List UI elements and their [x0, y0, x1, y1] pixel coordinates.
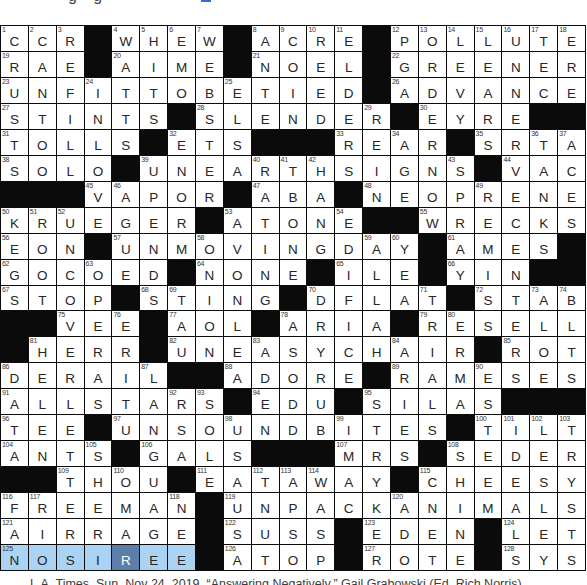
grid-cell[interactable]: I	[335, 311, 362, 336]
grid-cell[interactable]: 31T	[1, 130, 28, 155]
grid-cell[interactable]: 71T	[419, 286, 446, 311]
grid-cell[interactable]: 127R	[363, 545, 390, 570]
grid-cell[interactable]: 30E	[419, 104, 446, 129]
grid-cell[interactable]: 25E	[224, 78, 251, 103]
grid-cell[interactable]: 4W	[112, 26, 139, 51]
grid-cell[interactable]: 37A	[558, 130, 585, 155]
grid-cell[interactable]: 102L	[530, 415, 557, 440]
grid-cell[interactable]: E	[29, 363, 56, 388]
grid-cell[interactable]: 40R	[252, 156, 279, 181]
grid-cell[interactable]: 122S	[224, 519, 251, 544]
grid-cell[interactable]: A	[224, 467, 251, 492]
grid-cell[interactable]: 117R	[29, 493, 56, 518]
grid-cell[interactable]: R	[112, 545, 139, 570]
grid-cell[interactable]: G	[112, 208, 139, 233]
grid-cell[interactable]: N	[168, 156, 195, 181]
grid-cell[interactable]: S	[140, 104, 167, 129]
grid-cell[interactable]: L	[57, 130, 84, 155]
grid-cell[interactable]: E	[85, 311, 112, 336]
grid-cell[interactable]: R	[502, 130, 529, 155]
grid-cell[interactable]: N	[252, 493, 279, 518]
grid-cell[interactable]: 46A	[112, 182, 139, 207]
grid-cell[interactable]: O	[168, 182, 195, 207]
grid-cell[interactable]: E	[391, 415, 418, 440]
grid-cell[interactable]: 44V	[502, 156, 529, 181]
grid-cell[interactable]: P	[447, 182, 474, 207]
grid-cell[interactable]: 109T	[57, 467, 84, 492]
grid-cell[interactable]: L	[530, 493, 557, 518]
grid-cell[interactable]: 66Y	[447, 260, 474, 285]
grid-cell[interactable]: T	[363, 415, 390, 440]
grid-cell[interactable]: 8A	[252, 26, 279, 51]
grid-cell[interactable]: M	[168, 234, 195, 259]
grid-cell[interactable]: E	[502, 182, 529, 207]
grid-cell[interactable]: Y	[558, 467, 585, 492]
grid-cell[interactable]: 60Y	[391, 234, 418, 259]
grid-cell[interactable]: O	[168, 78, 195, 103]
grid-cell[interactable]: C	[335, 493, 362, 518]
grid-cell[interactable]: E	[475, 52, 502, 77]
grid-cell[interactable]: E	[502, 467, 529, 492]
grid-cell[interactable]: N	[196, 337, 223, 362]
grid-cell[interactable]: 93S	[196, 389, 223, 414]
grid-cell[interactable]: E	[530, 52, 557, 77]
grid-cell[interactable]: N	[307, 208, 334, 233]
grid-cell[interactable]: G	[391, 156, 418, 181]
grid-cell[interactable]: O	[224, 260, 251, 285]
grid-cell[interactable]: I	[85, 545, 112, 570]
grid-cell[interactable]: D	[502, 441, 529, 466]
grid-cell[interactable]: H	[85, 467, 112, 492]
grid-cell[interactable]: A	[85, 363, 112, 388]
grid-cell[interactable]: 78A	[280, 311, 307, 336]
grid-cell[interactable]: 35S	[475, 130, 502, 155]
grid-cell[interactable]: A	[447, 389, 474, 414]
grid-cell[interactable]: 116F	[1, 493, 28, 518]
grid-cell[interactable]: O	[29, 260, 56, 285]
grid-cell[interactable]: O	[280, 363, 307, 388]
grid-cell[interactable]: E	[57, 493, 84, 518]
grid-cell[interactable]: S	[530, 467, 557, 492]
grid-cell[interactable]: 55W	[419, 208, 446, 233]
grid-cell[interactable]: L	[196, 441, 223, 466]
grid-cell[interactable]: E	[391, 182, 418, 207]
grid-cell[interactable]: 74B	[558, 286, 585, 311]
grid-cell[interactable]: E	[530, 363, 557, 388]
grid-cell[interactable]: S	[168, 415, 195, 440]
grid-cell[interactable]: 88A	[224, 363, 251, 388]
grid-cell[interactable]: N	[502, 52, 529, 77]
grid-cell[interactable]: 70D	[307, 286, 334, 311]
grid-cell[interactable]: K	[363, 493, 390, 518]
grid-cell[interactable]: 110O	[112, 467, 139, 492]
grid-cell[interactable]: 14L	[447, 26, 474, 51]
grid-cell[interactable]: 7W	[196, 26, 223, 51]
grid-cell[interactable]: 95S	[363, 389, 390, 414]
grid-cell[interactable]: A	[112, 519, 139, 544]
grid-cell[interactable]: 47A	[252, 182, 279, 207]
grid-cell[interactable]: C	[57, 260, 84, 285]
grid-cell[interactable]: 12P	[391, 26, 418, 51]
grid-cell[interactable]: S	[391, 441, 418, 466]
grid-cell[interactable]: O	[530, 337, 557, 362]
grid-cell[interactable]: T	[112, 104, 139, 129]
grid-cell[interactable]: 113A	[280, 467, 307, 492]
grid-cell[interactable]: S	[280, 337, 307, 362]
grid-cell[interactable]: R	[307, 363, 334, 388]
grid-cell[interactable]: H	[363, 337, 390, 362]
grid-cell[interactable]: E	[85, 493, 112, 518]
grid-cell[interactable]: R	[196, 182, 223, 207]
grid-cell[interactable]: 51R	[29, 208, 56, 233]
grid-cell[interactable]: A	[530, 156, 557, 181]
grid-cell[interactable]: E	[447, 545, 474, 570]
grid-cell[interactable]: E	[447, 52, 474, 77]
grid-cell[interactable]: 2C	[29, 26, 56, 51]
grid-cell[interactable]: 104A	[1, 441, 28, 466]
grid-cell[interactable]: S	[475, 389, 502, 414]
grid-cell[interactable]: C	[558, 156, 585, 181]
grid-cell[interactable]: A	[391, 286, 418, 311]
grid-cell[interactable]: E	[224, 337, 251, 362]
grid-cell[interactable]: 13O	[419, 26, 446, 51]
grid-cell[interactable]: 100T	[475, 415, 502, 440]
grid-cell[interactable]: Y	[307, 337, 334, 362]
grid-cell[interactable]: 64N	[196, 260, 223, 285]
grid-cell[interactable]: S	[112, 130, 139, 155]
grid-cell[interactable]: 20A	[112, 52, 139, 77]
grid-cell[interactable]: S	[558, 493, 585, 518]
grid-cell[interactable]: 77A	[168, 311, 195, 336]
grid-cell[interactable]: E	[252, 104, 279, 129]
grid-cell[interactable]: L	[57, 156, 84, 181]
grid-cell[interactable]: N	[29, 441, 56, 466]
grid-cell[interactable]: 67S	[1, 286, 28, 311]
grid-cell[interactable]: I	[29, 519, 56, 544]
grid-cell[interactable]: A	[363, 311, 390, 336]
grid-cell[interactable]: T	[252, 545, 279, 570]
grid-cell[interactable]: 81H	[29, 337, 56, 362]
grid-cell[interactable]: T	[112, 78, 139, 103]
grid-cell[interactable]: 84A	[391, 337, 418, 362]
grid-cell[interactable]: H	[447, 467, 474, 492]
grid-cell[interactable]: L	[29, 389, 56, 414]
grid-cell[interactable]: E	[307, 52, 334, 77]
grid-cell[interactable]: S	[475, 311, 502, 336]
grid-cell[interactable]: B	[280, 182, 307, 207]
grid-cell[interactable]: 62G	[1, 260, 28, 285]
grid-cell[interactable]: A	[419, 363, 446, 388]
grid-cell[interactable]: L	[224, 104, 251, 129]
grid-cell[interactable]: C	[530, 78, 557, 103]
grid-cell[interactable]: 82U	[168, 337, 195, 362]
grid-cell[interactable]: M	[475, 493, 502, 518]
grid-cell[interactable]: 125N	[1, 545, 28, 570]
grid-cell[interactable]: 33R	[335, 130, 362, 155]
grid-cell[interactable]: N	[252, 415, 279, 440]
grid-cell[interactable]: S	[85, 389, 112, 414]
grid-cell[interactable]: R	[475, 104, 502, 129]
grid-cell[interactable]: L	[85, 130, 112, 155]
grid-cell[interactable]: 11E	[335, 26, 362, 51]
grid-cell[interactable]: 103T	[558, 415, 585, 440]
grid-cell[interactable]: F	[57, 78, 84, 103]
grid-cell[interactable]: 68S	[140, 286, 167, 311]
grid-cell[interactable]: E	[530, 519, 557, 544]
grid-cell[interactable]: 119U	[224, 493, 251, 518]
grid-cell[interactable]: D	[140, 260, 167, 285]
grid-cell[interactable]: 86D	[1, 363, 28, 388]
grid-cell[interactable]: E	[112, 260, 139, 285]
grid-cell[interactable]: E	[85, 208, 112, 233]
grid-cell[interactable]: I	[140, 52, 167, 77]
grid-cell[interactable]: N	[85, 104, 112, 129]
grid-cell[interactable]: Y	[447, 104, 474, 129]
grid-cell[interactable]: E	[57, 52, 84, 77]
grid-cell[interactable]: E	[475, 441, 502, 466]
grid-cell[interactable]: 54E	[335, 208, 362, 233]
grid-cell[interactable]: O	[196, 311, 223, 336]
grid-cell[interactable]: A	[307, 182, 334, 207]
grid-cell[interactable]: L	[57, 389, 84, 414]
grid-cell[interactable]: O	[29, 130, 56, 155]
grid-cell[interactable]: 27S	[1, 104, 28, 129]
grid-cell[interactable]: T	[112, 389, 139, 414]
grid-cell[interactable]: I	[57, 104, 84, 129]
grid-cell[interactable]: L	[363, 286, 390, 311]
grid-cell[interactable]: 83A	[252, 337, 279, 362]
grid-cell[interactable]: S	[280, 519, 307, 544]
grid-cell[interactable]: 36T	[530, 130, 557, 155]
grid-cell[interactable]: N	[419, 493, 446, 518]
grid-cell[interactable]: L	[224, 311, 251, 336]
grid-cell[interactable]: D	[307, 104, 334, 129]
grid-cell[interactable]: Y	[530, 545, 557, 570]
grid-cell[interactable]: 5H	[140, 26, 167, 51]
grid-cell[interactable]: T	[558, 337, 585, 362]
grid-cell[interactable]: E	[558, 78, 585, 103]
grid-cell[interactable]: 107M	[335, 441, 362, 466]
grid-cell[interactable]: E	[475, 208, 502, 233]
grid-cell[interactable]: 16U	[502, 26, 529, 51]
grid-cell[interactable]: N	[57, 234, 84, 259]
grid-cell[interactable]: Y	[363, 467, 390, 492]
grid-cell[interactable]: 28S	[196, 104, 223, 129]
grid-cell[interactable]: A	[475, 78, 502, 103]
grid-cell[interactable]: E	[57, 337, 84, 362]
grid-cell[interactable]: D	[280, 389, 307, 414]
grid-cell[interactable]: 49R	[475, 182, 502, 207]
grid-cell[interactable]: T	[252, 78, 279, 103]
grid-cell[interactable]: M	[447, 363, 474, 388]
grid-cell[interactable]: E	[391, 260, 418, 285]
grid-cell[interactable]: R	[558, 441, 585, 466]
grid-cell[interactable]: L	[335, 52, 362, 77]
grid-cell[interactable]: D	[335, 234, 362, 259]
grid-cell[interactable]: 72S	[475, 286, 502, 311]
grid-cell[interactable]: 89R	[391, 363, 418, 388]
grid-cell[interactable]: 120A	[391, 493, 418, 518]
grid-cell[interactable]: 48N	[363, 182, 390, 207]
grid-cell[interactable]: I	[112, 363, 139, 388]
grid-cell[interactable]: G	[307, 234, 334, 259]
grid-cell[interactable]: E	[335, 104, 362, 129]
grid-cell[interactable]: T	[196, 130, 223, 155]
grid-cell[interactable]: E	[502, 311, 529, 336]
grid-cell[interactable]: 24I	[85, 78, 112, 103]
grid-cell[interactable]: U	[252, 519, 279, 544]
grid-cell[interactable]: D	[280, 415, 307, 440]
grid-cell[interactable]: I	[447, 493, 474, 518]
grid-cell[interactable]: R	[57, 363, 84, 388]
grid-cell[interactable]: 1C	[1, 26, 28, 51]
grid-cell[interactable]: 23U	[1, 78, 28, 103]
grid-cell[interactable]: O	[29, 545, 56, 570]
grid-cell[interactable]: A	[29, 52, 56, 77]
grid-cell[interactable]: V	[224, 234, 251, 259]
grid-cell[interactable]: I	[391, 389, 418, 414]
grid-cell[interactable]: 123E	[363, 519, 390, 544]
grid-cell[interactable]: 124L	[502, 519, 529, 544]
grid-cell[interactable]: L	[419, 389, 446, 414]
grid-cell[interactable]: G	[140, 519, 167, 544]
grid-cell[interactable]: 41T	[280, 156, 307, 181]
grid-cell[interactable]: N	[140, 234, 167, 259]
grid-cell[interactable]: R	[447, 208, 474, 233]
grid-cell[interactable]: E	[307, 78, 334, 103]
grid-cell[interactable]: P	[85, 286, 112, 311]
grid-cell[interactable]: 111E	[196, 467, 223, 492]
grid-cell[interactable]: N	[29, 78, 56, 103]
grid-cell[interactable]: U	[140, 467, 167, 492]
grid-cell[interactable]: 57U	[112, 234, 139, 259]
grid-cell[interactable]: G	[252, 286, 279, 311]
grid-cell[interactable]: R	[168, 208, 195, 233]
grid-cell[interactable]: R	[112, 337, 139, 362]
grid-cell[interactable]: 91A	[1, 389, 28, 414]
grid-cell[interactable]: M	[475, 234, 502, 259]
grid-cell[interactable]: A	[502, 493, 529, 518]
grid-cell[interactable]: E	[196, 156, 223, 181]
grid-cell[interactable]: S	[558, 208, 585, 233]
grid-cell[interactable]: 105S	[85, 441, 112, 466]
grid-cell[interactable]: A	[224, 156, 251, 181]
grid-cell[interactable]: R	[558, 52, 585, 77]
grid-cell[interactable]: C	[502, 208, 529, 233]
grid-cell[interactable]: O	[29, 156, 56, 181]
grid-cell[interactable]: M	[168, 52, 195, 77]
grid-cell[interactable]: S	[502, 363, 529, 388]
grid-cell[interactable]: N	[419, 156, 446, 181]
grid-cell[interactable]: R	[85, 337, 112, 362]
grid-cell[interactable]: D	[252, 363, 279, 388]
grid-cell[interactable]: 115C	[419, 467, 446, 492]
grid-cell[interactable]: 53A	[224, 208, 251, 233]
grid-cell[interactable]: T	[29, 104, 56, 129]
grid-cell[interactable]: 50K	[1, 208, 28, 233]
grid-cell[interactable]: 90E	[475, 363, 502, 388]
grid-cell[interactable]: S	[57, 545, 84, 570]
grid-cell[interactable]: E	[502, 104, 529, 129]
grid-cell[interactable]: K	[530, 208, 557, 233]
grid-cell[interactable]: N	[280, 104, 307, 129]
grid-cell[interactable]: R	[57, 519, 84, 544]
grid-cell[interactable]: D	[391, 519, 418, 544]
grid-cell[interactable]: B	[196, 78, 223, 103]
grid-cell[interactable]: R	[447, 337, 474, 362]
grid-cell[interactable]: F	[335, 286, 362, 311]
grid-cell[interactable]: T	[419, 545, 446, 570]
grid-cell[interactable]: E	[502, 234, 529, 259]
grid-cell[interactable]: N	[280, 234, 307, 259]
grid-cell[interactable]: 39U	[140, 156, 167, 181]
grid-cell[interactable]: S	[307, 519, 334, 544]
grid-cell[interactable]: 61A	[447, 234, 474, 259]
grid-cell[interactable]: S	[335, 156, 362, 181]
grid-cell[interactable]: T	[29, 286, 56, 311]
grid-cell[interactable]: 34A	[391, 130, 418, 155]
grid-cell[interactable]: R	[419, 130, 446, 155]
grid-cell[interactable]: 85R	[502, 337, 529, 362]
grid-cell[interactable]: R	[363, 441, 390, 466]
grid-cell[interactable]: 15L	[475, 26, 502, 51]
grid-cell[interactable]: E	[168, 519, 195, 544]
grid-cell[interactable]: A	[335, 467, 362, 492]
grid-cell[interactable]: 59A	[363, 234, 390, 259]
grid-cell[interactable]: 42H	[307, 156, 334, 181]
grid-cell[interactable]: N	[502, 260, 529, 285]
grid-cell[interactable]: N	[252, 260, 279, 285]
grid-cell[interactable]: E	[196, 52, 223, 77]
grid-cell[interactable]: O	[57, 286, 84, 311]
grid-cell[interactable]: 58O	[196, 234, 223, 259]
grid-cell[interactable]: B	[307, 415, 334, 440]
grid-cell[interactable]: S	[419, 415, 446, 440]
grid-cell[interactable]: O	[196, 415, 223, 440]
grid-cell[interactable]: L	[530, 311, 557, 336]
grid-cell[interactable]: 26A	[391, 78, 418, 103]
grid-cell[interactable]: P	[280, 493, 307, 518]
grid-cell[interactable]: 97U	[112, 415, 139, 440]
grid-cell[interactable]: E	[475, 467, 502, 492]
grid-cell[interactable]: P	[140, 182, 167, 207]
grid-cell[interactable]: 9C	[280, 26, 307, 51]
grid-cell[interactable]: 19R	[1, 52, 28, 77]
grid-cell[interactable]: O	[419, 182, 446, 207]
grid-cell[interactable]: E	[558, 182, 585, 207]
grid-cell[interactable]: T	[252, 208, 279, 233]
grid-cell[interactable]: 10R	[307, 26, 334, 51]
grid-cell[interactable]: N	[502, 78, 529, 103]
grid-cell[interactable]: E	[29, 415, 56, 440]
grid-cell[interactable]: 106G	[140, 441, 167, 466]
grid-cell[interactable]: P	[307, 545, 334, 570]
grid-cell[interactable]: 126A	[224, 545, 251, 570]
grid-cell[interactable]: 92R	[168, 389, 195, 414]
grid-cell[interactable]: I	[419, 337, 446, 362]
grid-cell[interactable]: O	[280, 208, 307, 233]
grid-cell[interactable]: 6E	[168, 26, 195, 51]
grid-cell[interactable]: 29R	[363, 104, 390, 129]
grid-cell[interactable]: 73A	[530, 286, 557, 311]
grid-cell[interactable]: 118N	[168, 493, 195, 518]
grid-cell[interactable]: 22G	[391, 52, 418, 77]
grid-cell[interactable]: N	[447, 519, 474, 544]
grid-cell[interactable]: 45V	[85, 182, 112, 207]
grid-cell[interactable]: E	[280, 260, 307, 285]
grid-cell[interactable]: M	[112, 493, 139, 518]
grid-cell[interactable]: 18E	[558, 26, 585, 51]
